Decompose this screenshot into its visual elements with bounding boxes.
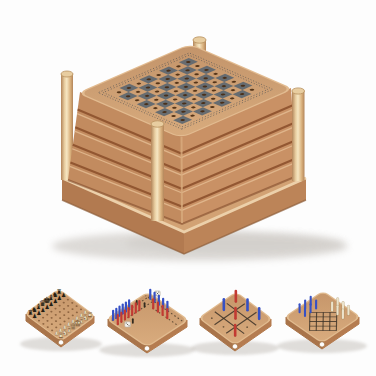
game-coaster-set-photo: ♜♞♟♝♟♚♟♛♟♝♟♞♟♟♜♟♟♜♟♟♞♟♝♟♚♟♛♟♝♟♞♜ [0, 0, 376, 376]
die-pip [156, 292, 157, 293]
die [125, 322, 131, 327]
die-pip [157, 293, 158, 294]
white-chess-piece: ♜ [58, 332, 64, 340]
inset-peg-halma-board [277, 291, 367, 354]
corner-post-front [151, 121, 164, 221]
die-pip [129, 325, 130, 326]
finger-notch [58, 340, 63, 345]
die-pip [156, 294, 157, 295]
finger-notch [144, 346, 149, 351]
peg-hole [211, 317, 213, 319]
stack-front-corner-highlight [182, 137, 183, 223]
die-pip [127, 324, 128, 325]
inset-peg-race-board [99, 290, 195, 357]
board-top-face [284, 291, 361, 344]
inset-tic-tac-toe-board [191, 291, 279, 355]
finger-notch [319, 342, 324, 347]
black-chess-piece: ♟ [32, 313, 37, 319]
peg-hole [223, 326, 225, 328]
main-product [52, 37, 348, 261]
inset-mini-chess-board: ♜♞♟♝♟♚♟♛♟♝♟♞♟♟♜♟♟♜♟♟♞♟♝♟♚♟♛♟♝♟♞♜ [20, 288, 102, 351]
peg-hole [246, 326, 248, 328]
die-pip [126, 323, 127, 324]
finger-notch [232, 344, 237, 349]
die-pip [158, 292, 159, 293]
product-photo-stage: ♜♞♟♝♟♚♟♛♟♝♟♞♟♟♜♟♟♜♟♟♞♟♝♟♚♟♛♟♝♟♞♜ [0, 0, 376, 376]
corner-post-right [292, 88, 305, 181]
board-surface [108, 293, 187, 346]
